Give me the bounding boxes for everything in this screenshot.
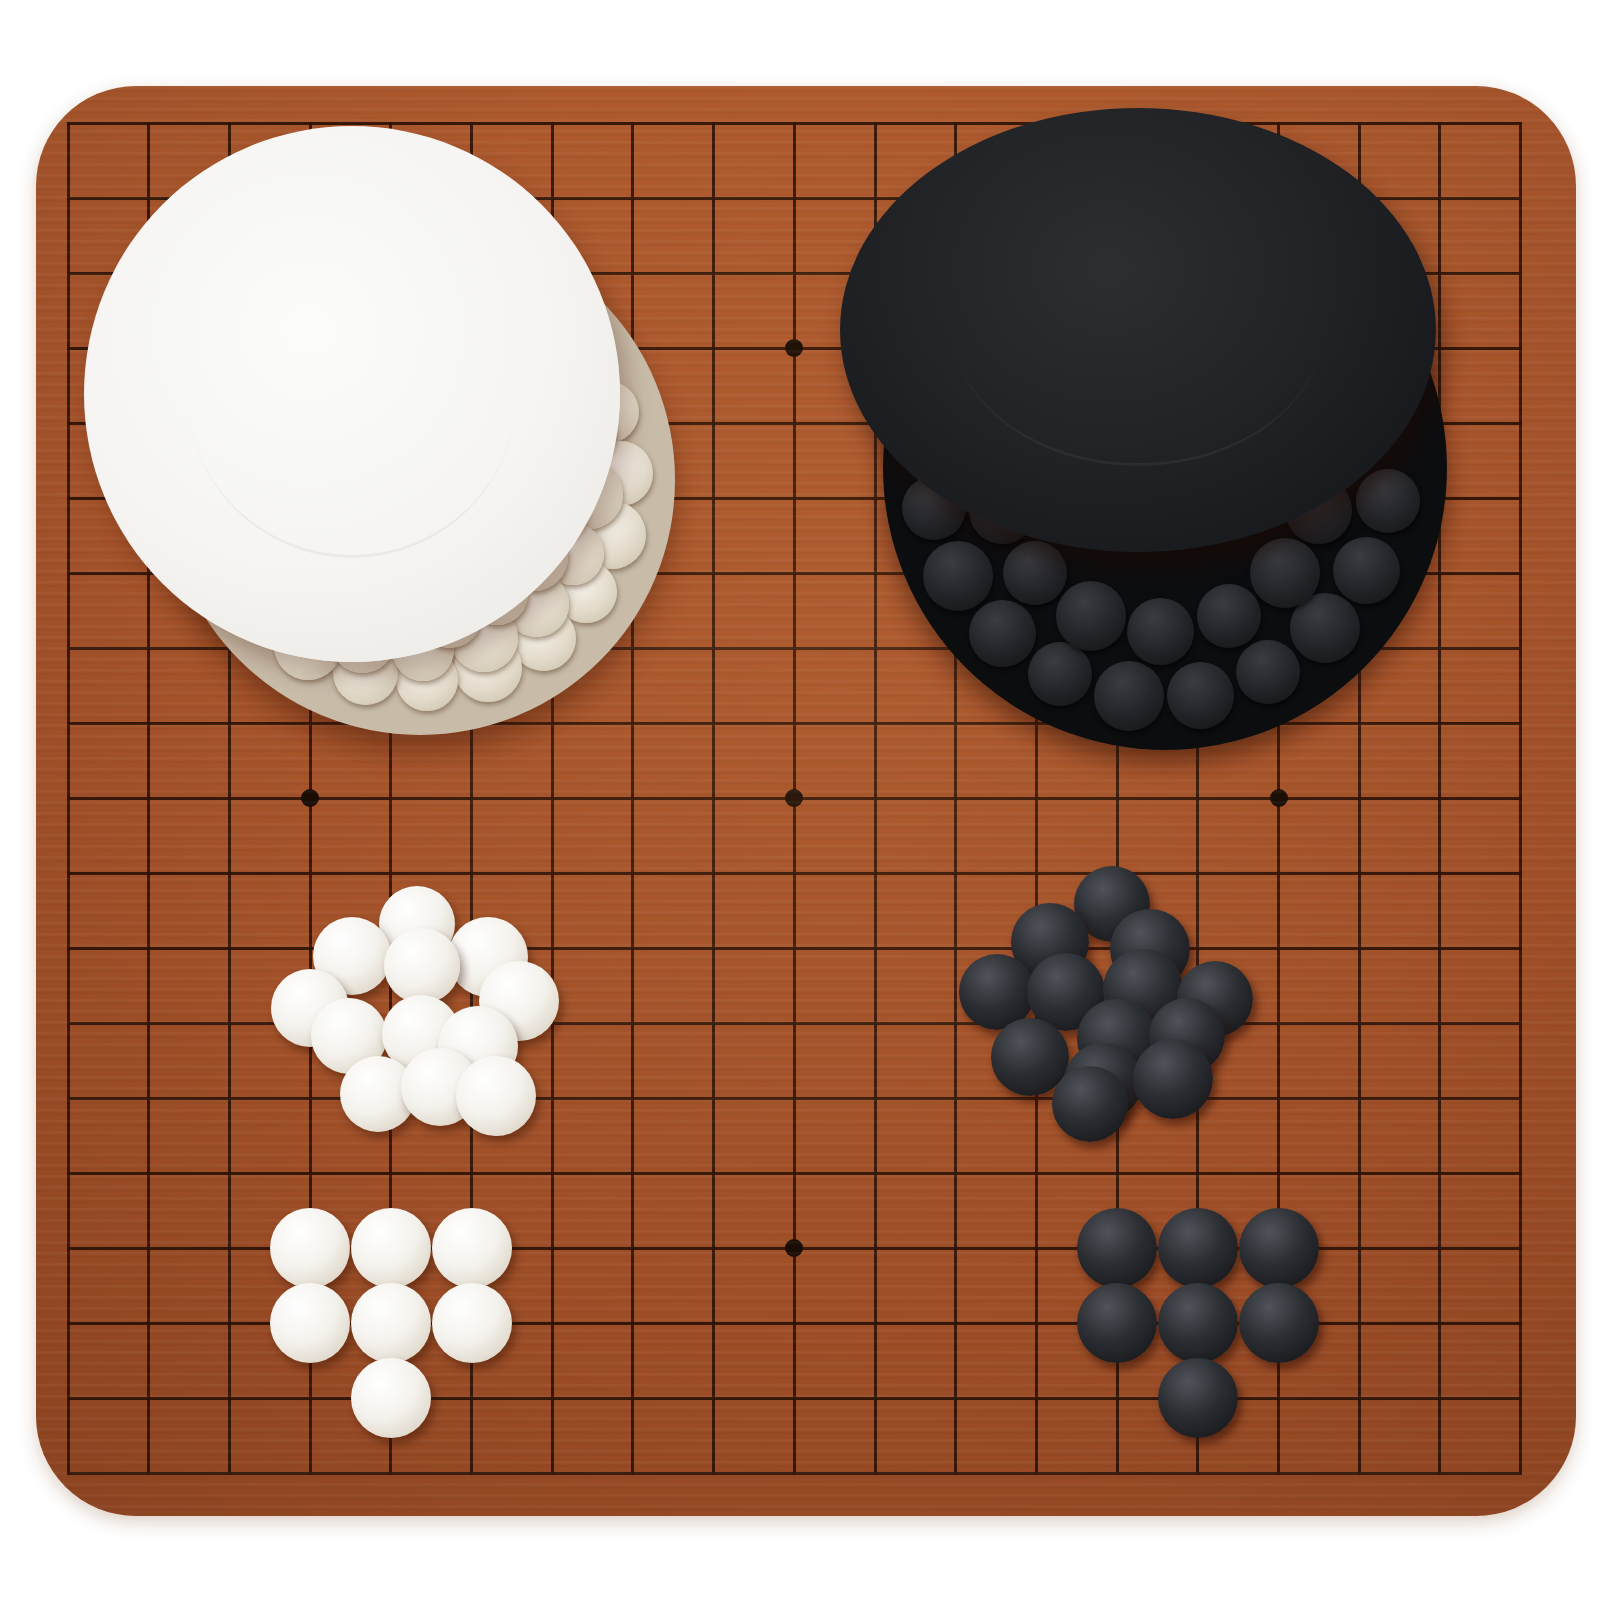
black-stone-in-bowl[interactable] [1236, 640, 1300, 704]
grid-line-horizontal [67, 1472, 1523, 1475]
star-point [785, 789, 803, 807]
black-stone-in-bowl[interactable] [1056, 581, 1126, 651]
black-stone-in-bowl[interactable] [1356, 469, 1420, 533]
star-point [785, 339, 803, 357]
black-stone-in-bowl[interactable] [1094, 661, 1164, 731]
black-bowl-lid[interactable] [840, 108, 1436, 552]
black-stone[interactable] [1158, 1208, 1238, 1288]
grid-line-horizontal [67, 1172, 1523, 1175]
black-stone-in-bowl[interactable] [1127, 598, 1194, 665]
black-stone-in-bowl[interactable] [1333, 537, 1400, 604]
grid-line-vertical [1438, 122, 1441, 1475]
white-bowl-lid[interactable] [84, 126, 620, 662]
grid-line-vertical [1519, 122, 1522, 1475]
white-lid-sheen [186, 222, 518, 557]
black-stone-in-bowl[interactable] [969, 600, 1036, 667]
white-stone[interactable] [432, 1208, 512, 1288]
black-stone-in-bowl[interactable] [1197, 584, 1261, 648]
white-stone[interactable] [270, 1208, 350, 1288]
white-stone[interactable] [456, 1056, 536, 1136]
black-stone[interactable] [1052, 1066, 1128, 1142]
grid-line-horizontal [67, 1397, 1523, 1400]
star-point [785, 1239, 803, 1257]
white-stone[interactable] [432, 1283, 512, 1363]
black-stone[interactable] [1158, 1358, 1238, 1438]
black-lid-sheen [953, 188, 1323, 466]
grid-line-horizontal [67, 872, 1523, 875]
black-stone[interactable] [1077, 1283, 1157, 1363]
black-stone[interactable] [1077, 1208, 1157, 1288]
white-stone[interactable] [270, 1283, 350, 1363]
black-stone-in-bowl[interactable] [923, 541, 993, 611]
black-stone[interactable] [1239, 1208, 1319, 1288]
black-stone-in-bowl[interactable] [1167, 662, 1234, 729]
go-set-photo [0, 0, 1600, 1600]
white-stone[interactable] [351, 1208, 431, 1288]
white-stone[interactable] [351, 1358, 431, 1438]
black-stone-in-bowl[interactable] [1003, 541, 1067, 605]
white-stone[interactable] [351, 1283, 431, 1363]
black-stone[interactable] [1158, 1283, 1238, 1363]
black-stone[interactable] [1239, 1283, 1319, 1363]
black-stone[interactable] [1133, 1039, 1213, 1119]
grid-line-horizontal [67, 1097, 1523, 1100]
star-point [301, 789, 319, 807]
black-stone-in-bowl[interactable] [1028, 642, 1092, 706]
black-stone-in-bowl[interactable] [1250, 538, 1320, 608]
white-stone[interactable] [384, 928, 460, 1004]
star-point [1270, 789, 1288, 807]
grid-line-horizontal [67, 947, 1523, 950]
